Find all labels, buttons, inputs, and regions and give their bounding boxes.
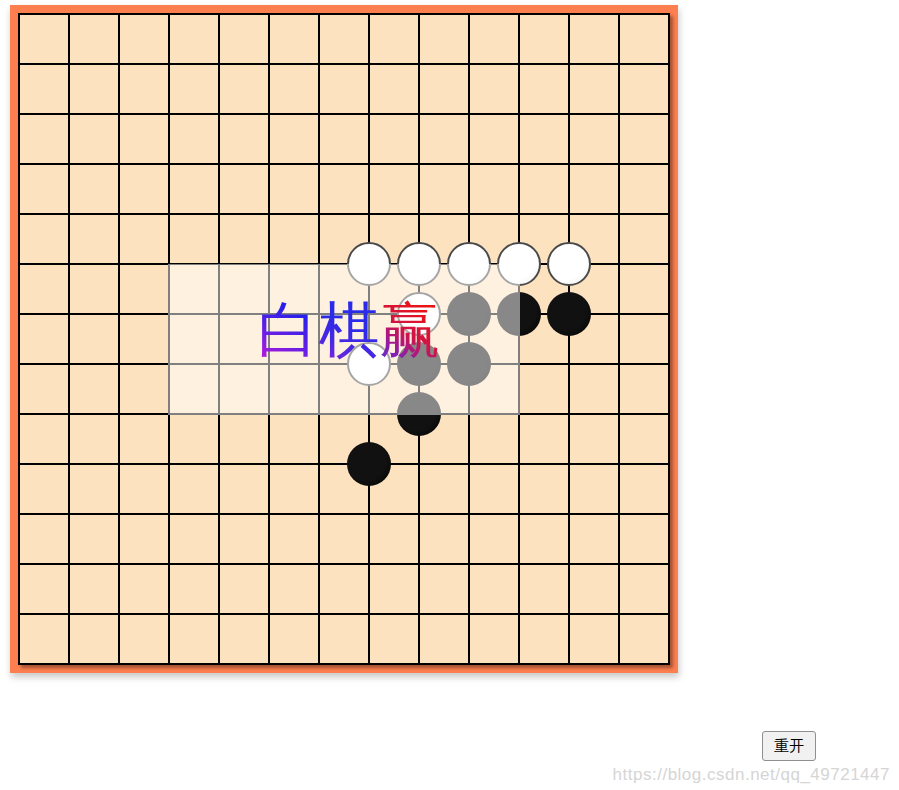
- winner-char: 赢: [380, 300, 441, 361]
- board-frame: 白 棋 赢: [10, 5, 678, 673]
- white-stone: [547, 242, 591, 286]
- watermark: https://blog.csdn.net/qq_49721447: [613, 765, 890, 785]
- black-stone: [347, 442, 391, 486]
- winner-char: 白: [258, 300, 319, 361]
- restart-button[interactable]: 重开: [762, 731, 816, 761]
- page: { "game": "gomoku", "board": { "cells": …: [0, 0, 899, 790]
- gomoku-board: 白 棋 赢: [18, 13, 670, 665]
- winner-char: 棋: [319, 300, 380, 361]
- black-stone: [547, 292, 591, 336]
- winner-message: 白 棋 赢: [173, 255, 525, 406]
